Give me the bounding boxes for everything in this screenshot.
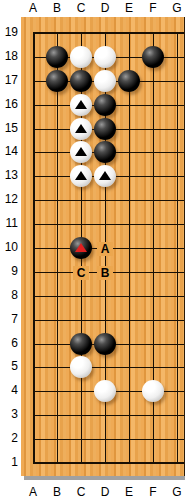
hline-row-1 (33, 462, 185, 464)
white-stone-D13[interactable] (94, 165, 116, 187)
coord-left-7: 7 (0, 312, 18, 326)
hline-row-12 (33, 200, 185, 201)
triangle-mark-icon (99, 171, 111, 180)
triangle-mark-icon (75, 171, 87, 180)
triangle-mark-icon (75, 124, 87, 133)
hline-row-2 (33, 439, 185, 440)
black-stone-D6[interactable] (94, 333, 116, 355)
black-stone-D14[interactable] (94, 141, 116, 163)
coord-left-19: 19 (0, 25, 18, 39)
white-stone-C15[interactable] (70, 118, 92, 140)
point-label-C: C (73, 266, 89, 280)
triangle-mark-icon (75, 243, 87, 252)
coord-top-G: G (172, 1, 181, 15)
hline-row-8 (33, 296, 185, 297)
coord-top-E: E (125, 1, 133, 15)
coord-left-14: 14 (0, 144, 18, 158)
coord-left-3: 3 (0, 407, 18, 421)
white-stone-D17[interactable] (94, 70, 116, 92)
coord-bottom-A: A (29, 485, 37, 499)
coord-bottom-C: C (77, 485, 86, 499)
coord-left-15: 15 (0, 121, 18, 135)
triangle-mark-icon (75, 100, 87, 109)
coord-top-A: A (29, 1, 37, 15)
image-right-edge-line (184, 17, 185, 476)
coord-top-F: F (149, 1, 156, 15)
go-diagram-page: { "game": "go", "description": "Partial … (0, 0, 185, 500)
black-stone-D16[interactable] (94, 94, 116, 116)
coord-bottom-D: D (101, 485, 110, 499)
coord-bottom-G: G (172, 485, 181, 499)
vline-col-A (33, 33, 35, 464)
coord-bottom-B: B (53, 485, 61, 499)
board-bottom-shadow (24, 476, 185, 480)
white-stone-C16[interactable] (70, 94, 92, 116)
white-stone-D18[interactable] (94, 46, 116, 68)
black-stone-C10[interactable] (70, 237, 92, 259)
coord-left-5: 5 (0, 359, 18, 373)
black-stone-C17[interactable] (70, 70, 92, 92)
coord-bottom-E: E (125, 485, 133, 499)
black-stone-B17[interactable] (46, 70, 68, 92)
coord-top-B: B (53, 1, 61, 15)
white-stone-C5[interactable] (70, 356, 92, 378)
coord-left-1: 1 (0, 455, 18, 469)
go-board[interactable]: ABC (21, 17, 185, 476)
coord-bottom-F: F (149, 485, 156, 499)
coord-left-6: 6 (0, 336, 18, 350)
coord-left-8: 8 (0, 288, 18, 302)
coord-left-2: 2 (0, 431, 18, 445)
coord-left-9: 9 (0, 264, 18, 278)
coord-left-4: 4 (0, 383, 18, 397)
hline-row-19 (33, 32, 185, 34)
point-label-A: A (97, 242, 113, 256)
coord-top-D: D (101, 1, 110, 15)
hline-row-3 (33, 415, 185, 416)
vline-col-E (129, 33, 130, 464)
black-stone-D15[interactable] (94, 118, 116, 140)
white-stone-C14[interactable] (70, 141, 92, 163)
black-stone-C6[interactable] (70, 333, 92, 355)
coord-left-11: 11 (0, 216, 18, 230)
coord-left-17: 17 (0, 73, 18, 87)
coord-left-13: 13 (0, 168, 18, 182)
coord-left-12: 12 (0, 192, 18, 206)
black-stone-F18[interactable] (142, 46, 164, 68)
white-stone-C18[interactable] (70, 46, 92, 68)
black-stone-B18[interactable] (46, 46, 68, 68)
white-stone-F4[interactable] (142, 380, 164, 402)
triangle-mark-icon (75, 147, 87, 156)
hline-row-7 (33, 320, 185, 321)
hline-row-11 (33, 224, 185, 225)
hline-row-5 (33, 367, 185, 368)
white-stone-C13[interactable] (70, 165, 92, 187)
point-label-B: B (97, 266, 113, 280)
black-stone-E17[interactable] (118, 70, 140, 92)
coord-left-10: 10 (0, 240, 18, 254)
coord-top-C: C (77, 1, 86, 15)
coord-left-16: 16 (0, 97, 18, 111)
white-stone-D4[interactable] (94, 380, 116, 402)
vline-col-G (177, 33, 178, 464)
vline-col-B (57, 33, 58, 464)
coord-left-18: 18 (0, 49, 18, 63)
